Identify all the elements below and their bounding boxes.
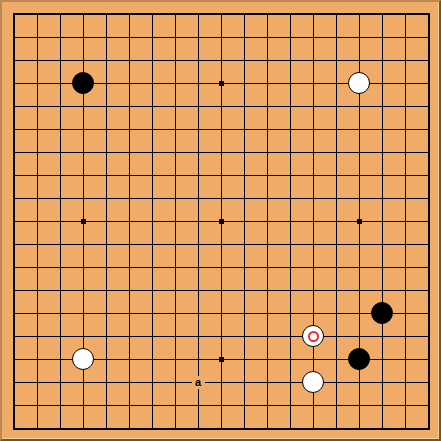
go-board[interactable]: a: [0, 0, 441, 441]
black-stone[interactable]: [371, 302, 393, 324]
star-point: [81, 219, 86, 224]
star-point: [219, 357, 224, 362]
white-stone[interactable]: [72, 348, 94, 370]
intersections[interactable]: a: [3, 3, 440, 440]
white-stone[interactable]: [302, 325, 324, 347]
black-stone[interactable]: [348, 348, 370, 370]
white-stone[interactable]: [302, 371, 324, 393]
star-point: [219, 219, 224, 224]
black-stone[interactable]: [72, 72, 94, 94]
star-point: [219, 81, 224, 86]
star-point: [357, 219, 362, 224]
point-label-a[interactable]: a: [192, 376, 205, 389]
white-stone[interactable]: [348, 72, 370, 94]
circle-marker: [308, 331, 319, 342]
